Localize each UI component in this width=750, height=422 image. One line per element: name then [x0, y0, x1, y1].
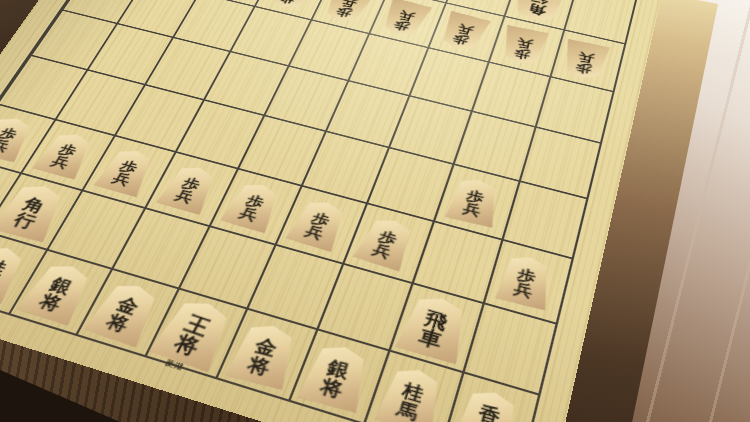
piece-kanji: 飛車 [416, 302, 452, 351]
piece-kanji: 歩兵 [574, 46, 596, 75]
piece-kanji: 歩兵 [48, 138, 82, 171]
shogi-photo-frame: 香車桂馬銀将金将玉将金将銀将桂馬香車飛車角行歩兵歩兵歩兵歩兵歩兵歩兵歩兵歩兵歩兵… [0, 0, 750, 422]
piece-kanji: 角行 [525, 0, 551, 17]
piece-kanji: 桂馬 [0, 251, 13, 292]
piece-kanji: 歩兵 [392, 4, 418, 31]
piece-kanji: 香車 [471, 396, 504, 422]
piece-kanji: 歩兵 [370, 224, 402, 262]
piece-kanji: 桂馬 [394, 374, 428, 422]
piece-kanji: 歩兵 [513, 32, 535, 60]
piece-kanji: 王将 [170, 307, 216, 359]
piece-kanji: 銀将 [36, 269, 78, 314]
piece-kanji: 角行 [10, 190, 51, 232]
piece-kanji: 歩兵 [236, 188, 269, 224]
piece-kanji: 金将 [245, 330, 282, 378]
piece-kanji: 歩兵 [110, 154, 143, 188]
piece-kanji: 歩兵 [461, 183, 487, 218]
piece-kanji: 歩兵 [451, 18, 477, 46]
piece-kanji: 歩兵 [278, 0, 305, 5]
piece-kanji: 歩兵 [172, 171, 205, 206]
piece-kanji: 歩兵 [512, 261, 539, 301]
piece-kanji: 歩兵 [302, 205, 334, 242]
piece-kanji: 歩兵 [0, 122, 22, 155]
shogi-board: 香車桂馬銀将金将玉将金将銀将桂馬香車飛車角行歩兵歩兵歩兵歩兵歩兵歩兵歩兵歩兵歩兵… [0, 0, 673, 422]
piece-kanji: 銀将 [318, 351, 354, 400]
piece-kanji: 金将 [104, 289, 146, 335]
piece-kanji: 歩兵 [334, 0, 361, 18]
